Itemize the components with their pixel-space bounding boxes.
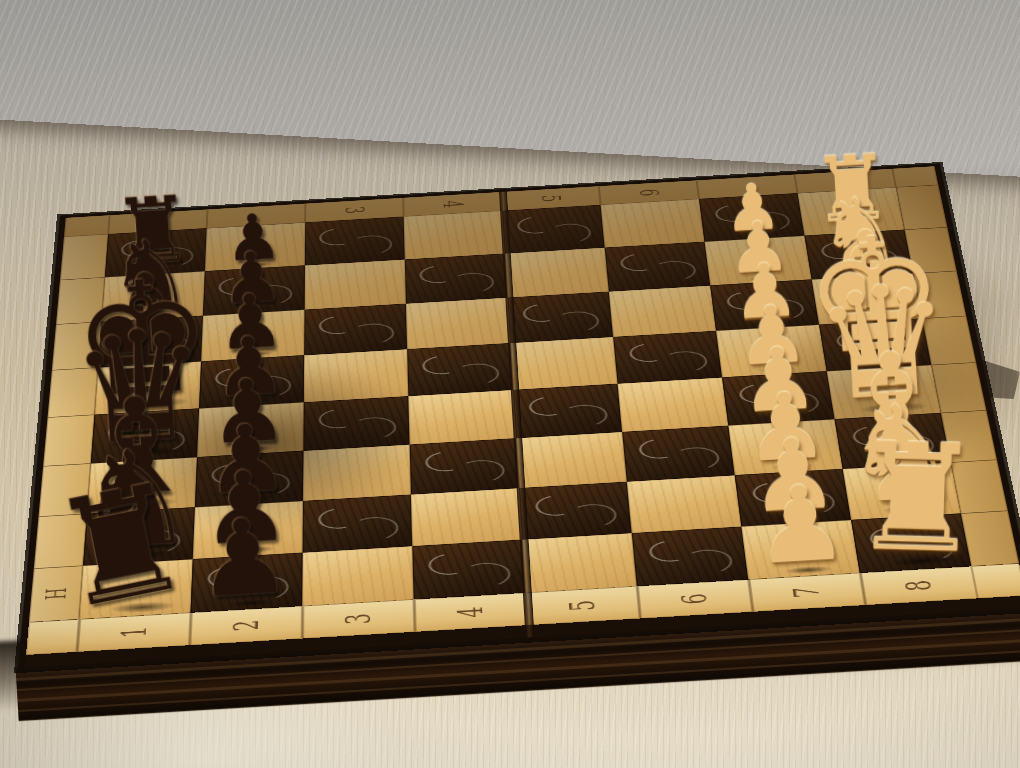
photo-scene: 3456♜♟♟♜♞♟♟♞♝♟♟♝♚♟♟♚♛♟♟♛♝♟♟♝♞♟♟♞H♜♟♟♜123… [0, 0, 1020, 768]
vignette [0, 0, 1020, 768]
